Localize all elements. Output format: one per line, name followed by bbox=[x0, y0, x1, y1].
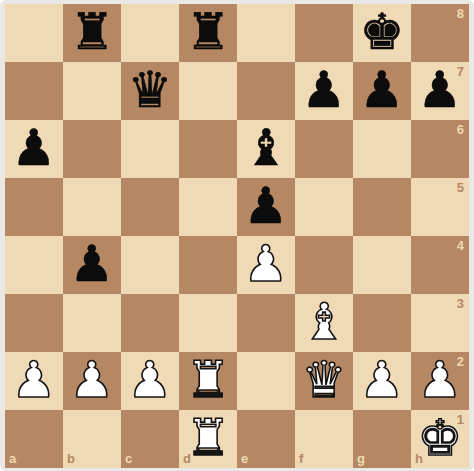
file-label-f: f bbox=[299, 452, 303, 465]
square-c6[interactable] bbox=[121, 120, 179, 178]
chess-board-widget: ♜♜♚8♛♟♟7♟♟♝6♟5♟♟4♝3♟♟♟♜♛♟2♟abcd♜efg1h♚ bbox=[0, 0, 474, 471]
square-a2[interactable]: ♟ bbox=[5, 352, 63, 410]
file-label-g: g bbox=[357, 452, 365, 465]
square-g2[interactable]: ♟ bbox=[353, 352, 411, 410]
square-b2[interactable]: ♟ bbox=[63, 352, 121, 410]
square-e1[interactable]: e bbox=[237, 410, 295, 468]
piece-black-queen-c7[interactable]: ♛ bbox=[121, 62, 179, 120]
piece-black-pawn-e5[interactable]: ♟ bbox=[237, 178, 295, 236]
chess-board: ♜♜♚8♛♟♟7♟♟♝6♟5♟♟4♝3♟♟♟♜♛♟2♟abcd♜efg1h♚ bbox=[5, 4, 469, 468]
piece-white-rook-d1[interactable]: ♜ bbox=[179, 410, 237, 468]
square-f7[interactable]: ♟ bbox=[295, 62, 353, 120]
square-e4[interactable]: ♟ bbox=[237, 236, 295, 294]
square-c2[interactable]: ♟ bbox=[121, 352, 179, 410]
piece-black-pawn-a6[interactable]: ♟ bbox=[5, 120, 63, 178]
square-h1[interactable]: 1h♚ bbox=[411, 410, 469, 468]
square-c7[interactable]: ♛ bbox=[121, 62, 179, 120]
square-d7[interactable] bbox=[179, 62, 237, 120]
square-h2[interactable]: 2♟ bbox=[411, 352, 469, 410]
rank-label-5: 5 bbox=[457, 181, 464, 194]
piece-white-pawn-b2[interactable]: ♟ bbox=[63, 352, 121, 410]
square-e8[interactable] bbox=[237, 4, 295, 62]
square-e6[interactable]: ♝ bbox=[237, 120, 295, 178]
piece-white-king-h1[interactable]: ♚ bbox=[411, 410, 469, 468]
piece-white-rook-d2[interactable]: ♜ bbox=[179, 352, 237, 410]
square-h4[interactable]: 4 bbox=[411, 236, 469, 294]
square-b7[interactable] bbox=[63, 62, 121, 120]
square-a7[interactable] bbox=[5, 62, 63, 120]
square-d4[interactable] bbox=[179, 236, 237, 294]
square-a5[interactable] bbox=[5, 178, 63, 236]
square-h3[interactable]: 3 bbox=[411, 294, 469, 352]
square-a8[interactable] bbox=[5, 4, 63, 62]
rank-label-8: 8 bbox=[457, 7, 464, 20]
square-b8[interactable]: ♜ bbox=[63, 4, 121, 62]
piece-white-pawn-e4[interactable]: ♟ bbox=[237, 236, 295, 294]
square-g8[interactable]: ♚ bbox=[353, 4, 411, 62]
piece-black-pawn-b4[interactable]: ♟ bbox=[63, 236, 121, 294]
piece-white-bishop-f3[interactable]: ♝ bbox=[295, 294, 353, 352]
square-b4[interactable]: ♟ bbox=[63, 236, 121, 294]
square-d1[interactable]: d♜ bbox=[179, 410, 237, 468]
square-d8[interactable]: ♜ bbox=[179, 4, 237, 62]
piece-white-pawn-h2[interactable]: ♟ bbox=[411, 352, 469, 410]
piece-white-pawn-c2[interactable]: ♟ bbox=[121, 352, 179, 410]
piece-white-queen-f2[interactable]: ♛ bbox=[295, 352, 353, 410]
square-g3[interactable] bbox=[353, 294, 411, 352]
square-d5[interactable] bbox=[179, 178, 237, 236]
square-c3[interactable] bbox=[121, 294, 179, 352]
square-f6[interactable] bbox=[295, 120, 353, 178]
square-a3[interactable] bbox=[5, 294, 63, 352]
file-label-e: e bbox=[241, 452, 248, 465]
file-label-a: a bbox=[9, 452, 16, 465]
square-f5[interactable] bbox=[295, 178, 353, 236]
piece-white-pawn-g2[interactable]: ♟ bbox=[353, 352, 411, 410]
square-e7[interactable] bbox=[237, 62, 295, 120]
square-c5[interactable] bbox=[121, 178, 179, 236]
square-f1[interactable]: f bbox=[295, 410, 353, 468]
square-h5[interactable]: 5 bbox=[411, 178, 469, 236]
piece-white-pawn-a2[interactable]: ♟ bbox=[5, 352, 63, 410]
square-g4[interactable] bbox=[353, 236, 411, 294]
square-a6[interactable]: ♟ bbox=[5, 120, 63, 178]
square-a1[interactable]: a bbox=[5, 410, 63, 468]
piece-black-rook-d8[interactable]: ♜ bbox=[179, 4, 237, 62]
square-f2[interactable]: ♛ bbox=[295, 352, 353, 410]
square-d2[interactable]: ♜ bbox=[179, 352, 237, 410]
square-c8[interactable] bbox=[121, 4, 179, 62]
square-b6[interactable] bbox=[63, 120, 121, 178]
square-c1[interactable]: c bbox=[121, 410, 179, 468]
rank-label-4: 4 bbox=[457, 239, 464, 252]
square-f3[interactable]: ♝ bbox=[295, 294, 353, 352]
piece-black-pawn-f7[interactable]: ♟ bbox=[295, 62, 353, 120]
file-label-c: c bbox=[125, 452, 132, 465]
square-f4[interactable] bbox=[295, 236, 353, 294]
square-h8[interactable]: 8 bbox=[411, 4, 469, 62]
square-a4[interactable] bbox=[5, 236, 63, 294]
piece-black-pawn-h7[interactable]: ♟ bbox=[411, 62, 469, 120]
piece-black-king-g8[interactable]: ♚ bbox=[353, 4, 411, 62]
square-e5[interactable]: ♟ bbox=[237, 178, 295, 236]
file-label-b: b bbox=[67, 452, 75, 465]
square-b3[interactable] bbox=[63, 294, 121, 352]
square-e3[interactable] bbox=[237, 294, 295, 352]
square-d6[interactable] bbox=[179, 120, 237, 178]
rank-label-3: 3 bbox=[457, 297, 464, 310]
piece-black-bishop-e6[interactable]: ♝ bbox=[237, 120, 295, 178]
square-f8[interactable] bbox=[295, 4, 353, 62]
piece-black-pawn-g7[interactable]: ♟ bbox=[353, 62, 411, 120]
square-g5[interactable] bbox=[353, 178, 411, 236]
square-b5[interactable] bbox=[63, 178, 121, 236]
square-g1[interactable]: g bbox=[353, 410, 411, 468]
rank-label-6: 6 bbox=[457, 123, 464, 136]
piece-black-rook-b8[interactable]: ♜ bbox=[63, 4, 121, 62]
square-h6[interactable]: 6 bbox=[411, 120, 469, 178]
square-e2[interactable] bbox=[237, 352, 295, 410]
square-c4[interactable] bbox=[121, 236, 179, 294]
square-g6[interactable] bbox=[353, 120, 411, 178]
square-d3[interactable] bbox=[179, 294, 237, 352]
square-b1[interactable]: b bbox=[63, 410, 121, 468]
square-h7[interactable]: 7♟ bbox=[411, 62, 469, 120]
square-g7[interactable]: ♟ bbox=[353, 62, 411, 120]
